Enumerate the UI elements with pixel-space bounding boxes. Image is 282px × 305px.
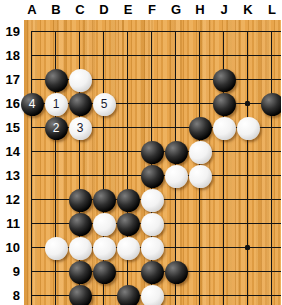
column-label-A: A — [20, 0, 44, 20]
intersection-C13[interactable] — [68, 164, 92, 188]
board-grid: 41523 — [20, 20, 281, 305]
intersection-G10[interactable] — [164, 236, 188, 260]
white-stone-D11 — [93, 213, 116, 236]
intersection-A10[interactable] — [20, 236, 44, 260]
intersection-F15[interactable] — [140, 116, 164, 140]
intersection-K17[interactable] — [236, 68, 260, 92]
intersection-J11[interactable] — [212, 212, 236, 236]
black-stone-L16 — [261, 93, 282, 116]
intersection-E10[interactable] — [116, 236, 140, 260]
intersection-K13[interactable] — [236, 164, 260, 188]
intersection-A12[interactable] — [20, 188, 44, 212]
intersection-K10[interactable] — [236, 236, 260, 260]
black-stone-D12 — [93, 189, 116, 212]
black-stone-G9 — [165, 261, 188, 284]
intersection-K16[interactable] — [236, 92, 260, 116]
intersection-D15[interactable] — [92, 116, 116, 140]
black-stone-E11 — [117, 213, 140, 236]
white-stone-B16: 1 — [45, 93, 68, 116]
column-label-E: E — [116, 0, 140, 20]
intersection-K14[interactable] — [236, 140, 260, 164]
intersection-J16[interactable] — [212, 92, 236, 116]
white-stone-J15 — [213, 117, 236, 140]
black-stone-C12 — [69, 189, 92, 212]
intersection-C16[interactable] — [68, 92, 92, 116]
intersection-D18[interactable] — [92, 44, 116, 68]
intersection-J9[interactable] — [212, 260, 236, 284]
intersection-C8[interactable] — [68, 284, 92, 305]
intersection-G18[interactable] — [164, 44, 188, 68]
intersection-E13[interactable] — [116, 164, 140, 188]
black-stone-B15: 2 — [45, 117, 68, 140]
intersection-D17[interactable] — [92, 68, 116, 92]
row-label-17: 17 — [0, 68, 20, 92]
intersection-A9[interactable] — [20, 260, 44, 284]
intersection-L19[interactable] — [260, 20, 281, 44]
column-label-J: J — [212, 0, 236, 20]
intersection-J13[interactable] — [212, 164, 236, 188]
intersection-A18[interactable] — [20, 44, 44, 68]
intersection-G16[interactable] — [164, 92, 188, 116]
star-point-K10 — [245, 245, 250, 250]
intersection-D8[interactable] — [92, 284, 116, 305]
intersection-L16[interactable] — [260, 92, 281, 116]
intersection-F19[interactable] — [140, 20, 164, 44]
intersection-B8[interactable] — [44, 284, 68, 305]
white-stone-C10 — [69, 237, 92, 260]
intersection-H13[interactable] — [188, 164, 212, 188]
intersection-J10[interactable] — [212, 236, 236, 260]
intersection-L15[interactable] — [260, 116, 281, 140]
intersection-B19[interactable] — [44, 20, 68, 44]
intersection-L14[interactable] — [260, 140, 281, 164]
row-label-11: 11 — [0, 212, 20, 236]
intersection-D19[interactable] — [92, 20, 116, 44]
intersection-D13[interactable] — [92, 164, 116, 188]
intersection-D14[interactable] — [92, 140, 116, 164]
intersection-F11[interactable] — [140, 212, 164, 236]
column-label-D: D — [92, 0, 116, 20]
intersection-K15[interactable] — [236, 116, 260, 140]
white-stone-F8 — [141, 285, 164, 305]
intersection-H12[interactable] — [188, 188, 212, 212]
intersection-L11[interactable] — [260, 212, 281, 236]
star-point-K16 — [245, 101, 250, 106]
intersection-H17[interactable] — [188, 68, 212, 92]
intersection-G12[interactable] — [164, 188, 188, 212]
intersection-G17[interactable] — [164, 68, 188, 92]
column-label-C: C — [68, 0, 92, 20]
row-label-15: 15 — [0, 116, 20, 140]
intersection-C11[interactable] — [68, 212, 92, 236]
white-stone-C15: 3 — [69, 117, 92, 140]
intersection-A17[interactable] — [20, 68, 44, 92]
intersection-E14[interactable] — [116, 140, 140, 164]
black-stone-C11 — [69, 213, 92, 236]
intersection-G8[interactable] — [164, 284, 188, 305]
intersection-K11[interactable] — [236, 212, 260, 236]
intersection-H10[interactable] — [188, 236, 212, 260]
intersection-J18[interactable] — [212, 44, 236, 68]
black-stone-E8 — [117, 285, 140, 305]
intersection-B16[interactable]: 1 — [44, 92, 68, 116]
row-label-18: 18 — [0, 44, 20, 68]
white-stone-C17 — [69, 69, 92, 92]
black-stone-A16: 4 — [21, 93, 44, 116]
black-stone-B17 — [45, 69, 68, 92]
intersection-C17[interactable] — [68, 68, 92, 92]
black-stone-D9 — [93, 261, 116, 284]
intersection-L17[interactable] — [260, 68, 281, 92]
intersection-A14[interactable] — [20, 140, 44, 164]
white-stone-K15 — [237, 117, 260, 140]
black-stone-C16 — [69, 93, 92, 116]
white-stone-E10 — [117, 237, 140, 260]
intersection-F8[interactable] — [140, 284, 164, 305]
black-stone-E12 — [117, 189, 140, 212]
black-stone-F14 — [141, 141, 164, 164]
intersection-J17[interactable] — [212, 68, 236, 92]
intersection-B11[interactable] — [44, 212, 68, 236]
intersection-E16[interactable] — [116, 92, 140, 116]
white-stone-F12 — [141, 189, 164, 212]
row-label-14: 14 — [0, 140, 20, 164]
intersection-F12[interactable] — [140, 188, 164, 212]
intersection-K12[interactable] — [236, 188, 260, 212]
intersection-B10[interactable] — [44, 236, 68, 260]
intersection-J14[interactable] — [212, 140, 236, 164]
black-stone-F9 — [141, 261, 164, 284]
white-stone-G13 — [165, 165, 188, 188]
intersection-H19[interactable] — [188, 20, 212, 44]
black-stone-F13 — [141, 165, 164, 188]
intersection-D16[interactable]: 5 — [92, 92, 116, 116]
intersection-J19[interactable] — [212, 20, 236, 44]
intersection-F14[interactable] — [140, 140, 164, 164]
intersection-B18[interactable] — [44, 44, 68, 68]
intersection-F13[interactable] — [140, 164, 164, 188]
column-label-H: H — [188, 0, 212, 20]
intersection-E8[interactable] — [116, 284, 140, 305]
intersection-A16[interactable]: 4 — [20, 92, 44, 116]
row-label-16: 16 — [0, 92, 20, 116]
column-label-F: F — [140, 0, 164, 20]
white-stone-H14 — [189, 141, 212, 164]
black-stone-C8 — [69, 285, 92, 305]
intersection-F9[interactable] — [140, 260, 164, 284]
white-stone-D10 — [93, 237, 116, 260]
intersection-H9[interactable] — [188, 260, 212, 284]
intersection-L8[interactable] — [260, 284, 281, 305]
intersection-L13[interactable] — [260, 164, 281, 188]
intersection-G14[interactable] — [164, 140, 188, 164]
intersection-K9[interactable] — [236, 260, 260, 284]
intersection-C10[interactable] — [68, 236, 92, 260]
intersection-J12[interactable] — [212, 188, 236, 212]
intersection-E18[interactable] — [116, 44, 140, 68]
black-stone-H15 — [189, 117, 212, 140]
intersection-G13[interactable] — [164, 164, 188, 188]
intersection-H16[interactable] — [188, 92, 212, 116]
intersection-C9[interactable] — [68, 260, 92, 284]
intersection-D12[interactable] — [92, 188, 116, 212]
white-stone-B10 — [45, 237, 68, 260]
intersection-G9[interactable] — [164, 260, 188, 284]
intersection-E19[interactable] — [116, 20, 140, 44]
intersection-K18[interactable] — [236, 44, 260, 68]
intersection-H18[interactable] — [188, 44, 212, 68]
intersection-C19[interactable] — [68, 20, 92, 44]
intersection-E12[interactable] — [116, 188, 140, 212]
column-label-L: L — [260, 0, 281, 20]
intersection-C14[interactable] — [68, 140, 92, 164]
intersection-F10[interactable] — [140, 236, 164, 260]
intersection-D11[interactable] — [92, 212, 116, 236]
black-stone-J17 — [213, 69, 236, 92]
column-label-B: B — [44, 0, 68, 20]
intersection-L12[interactable] — [260, 188, 281, 212]
intersection-B15[interactable]: 2 — [44, 116, 68, 140]
intersection-H14[interactable] — [188, 140, 212, 164]
intersection-A15[interactable] — [20, 116, 44, 140]
white-stone-H13 — [189, 165, 212, 188]
white-stone-D16: 5 — [93, 93, 116, 116]
black-stone-C9 — [69, 261, 92, 284]
go-board-diagram: ABCDEFGHJKL 1918171615141312111098 41523 — [0, 0, 281, 305]
intersection-A8[interactable] — [20, 284, 44, 305]
intersection-C18[interactable] — [68, 44, 92, 68]
intersection-G11[interactable] — [164, 212, 188, 236]
intersection-E15[interactable] — [116, 116, 140, 140]
black-stone-G14 — [165, 141, 188, 164]
intersection-B17[interactable] — [44, 68, 68, 92]
row-label-12: 12 — [0, 188, 20, 212]
intersection-L18[interactable] — [260, 44, 281, 68]
intersection-C12[interactable] — [68, 188, 92, 212]
intersection-H11[interactable] — [188, 212, 212, 236]
intersection-J8[interactable] — [212, 284, 236, 305]
intersection-H8[interactable] — [188, 284, 212, 305]
intersection-E9[interactable] — [116, 260, 140, 284]
intersection-H15[interactable] — [188, 116, 212, 140]
intersection-B14[interactable] — [44, 140, 68, 164]
intersection-B12[interactable] — [44, 188, 68, 212]
intersection-G19[interactable] — [164, 20, 188, 44]
intersection-A19[interactable] — [20, 20, 44, 44]
row-label-8: 8 — [0, 284, 20, 305]
row-label-13: 13 — [0, 164, 20, 188]
row-label-19: 19 — [0, 20, 20, 44]
board-surface: 41523 — [24, 20, 281, 305]
intersection-F16[interactable] — [140, 92, 164, 116]
intersection-B13[interactable] — [44, 164, 68, 188]
intersection-B9[interactable] — [44, 260, 68, 284]
intersection-E11[interactable] — [116, 212, 140, 236]
intersection-C15[interactable]: 3 — [68, 116, 92, 140]
intersection-F18[interactable] — [140, 44, 164, 68]
black-stone-J16 — [213, 93, 236, 116]
row-label-10: 10 — [0, 236, 20, 260]
intersection-E17[interactable] — [116, 68, 140, 92]
intersection-L10[interactable] — [260, 236, 281, 260]
white-stone-F11 — [141, 213, 164, 236]
column-label-K: K — [236, 0, 260, 20]
intersection-D9[interactable] — [92, 260, 116, 284]
intersection-A13[interactable] — [20, 164, 44, 188]
intersection-K8[interactable] — [236, 284, 260, 305]
intersection-D10[interactable] — [92, 236, 116, 260]
intersection-K19[interactable] — [236, 20, 260, 44]
column-label-G: G — [164, 0, 188, 20]
intersection-A11[interactable] — [20, 212, 44, 236]
intersection-F17[interactable] — [140, 68, 164, 92]
intersection-J15[interactable] — [212, 116, 236, 140]
white-stone-F10 — [141, 237, 164, 260]
intersection-G15[interactable] — [164, 116, 188, 140]
intersection-L9[interactable] — [260, 260, 281, 284]
row-label-9: 9 — [0, 260, 20, 284]
